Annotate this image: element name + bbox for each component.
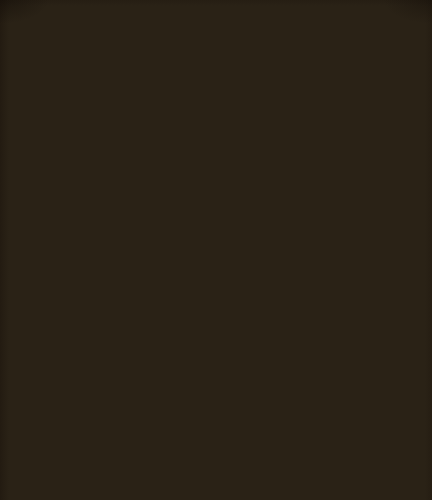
piece-black-general[interactable]: 将 [201, 63, 241, 103]
piece-red-horse[interactable]: 馬 [249, 207, 289, 247]
grid-line [267, 272, 269, 466]
grid-line [172, 272, 174, 466]
river-label-hanjie: 漢界 [90, 231, 178, 267]
piece-red-general[interactable]: 帥 [201, 448, 241, 488]
grid-line [124, 31, 126, 225]
grid-line [219, 31, 221, 225]
grid-line [362, 31, 364, 225]
grid-line [77, 31, 79, 225]
river-label-chuhe: 楚河 [306, 231, 394, 267]
grid-line [314, 272, 316, 466]
piece-black-soldier[interactable]: 卒 [201, 352, 241, 392]
piece-red-elephant[interactable]: 相 [106, 448, 146, 488]
xiangqi-board-photo: 将士馬卒相帥 漢界 楚河 Baidu 经验 jingyan.baidu.com [0, 0, 432, 500]
grid-line [124, 272, 126, 466]
grid-line [362, 272, 364, 466]
grid-line [409, 31, 411, 466]
grid-line [77, 272, 79, 466]
piece-black-advisor[interactable]: 士 [154, 111, 194, 151]
grid-line [267, 31, 269, 225]
grid-line [29, 31, 31, 466]
grid-line [314, 31, 316, 225]
